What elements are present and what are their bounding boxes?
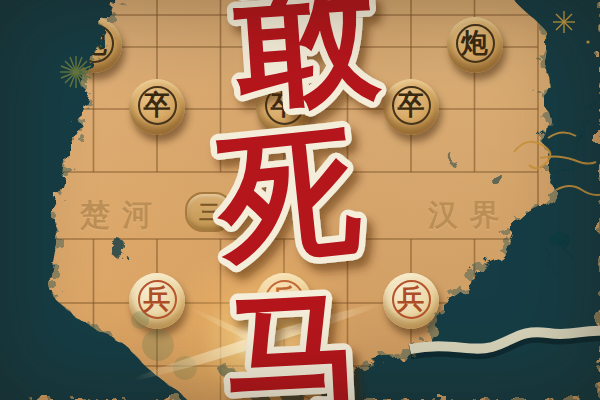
piece-black-炮-c2r3[interactable]: 炮	[66, 17, 122, 73]
piece-character: 兵	[510, 271, 566, 327]
piece-black-炮-c8r3[interactable]: 炮	[447, 17, 503, 73]
xiangqi-promo-screen: 楚河 汉界 三 炮炮卒卒卒兵兵兵兵	[0, 0, 600, 400]
piece-black-卒-c5r4[interactable]: 卒	[256, 79, 312, 135]
piece-character: 卒	[256, 77, 312, 133]
piece-black-卒-c7r4[interactable]: 卒	[383, 79, 439, 135]
piece-red-兵-c9r7[interactable]: 兵	[510, 273, 566, 329]
piece-character: 卒	[383, 77, 439, 133]
piece-character: 炮	[66, 15, 122, 71]
piece-red-兵-c7r7[interactable]: 兵	[383, 273, 439, 329]
piece-character: 兵	[383, 271, 439, 327]
piece-character: 卒	[129, 77, 185, 133]
piece-black-卒-c3r4[interactable]: 卒	[129, 79, 185, 135]
piece-character: 炮	[447, 15, 503, 71]
